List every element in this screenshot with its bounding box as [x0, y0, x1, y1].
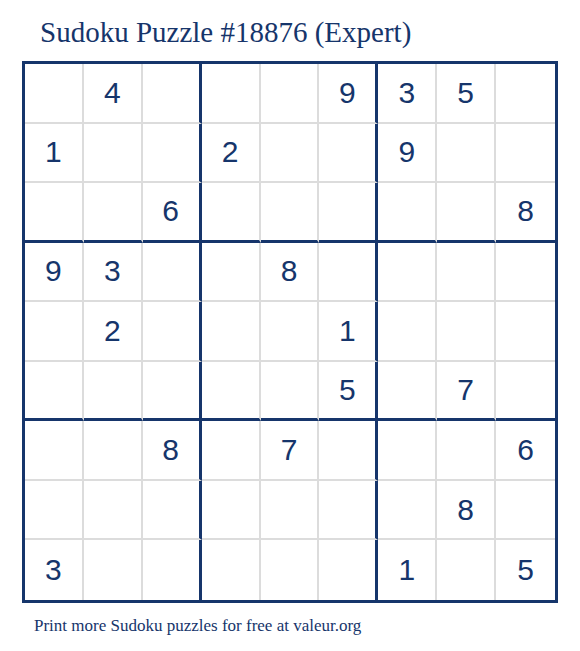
cell-r6c3 — [143, 362, 202, 422]
cell-r5c9 — [496, 302, 555, 362]
cell-r2c3 — [143, 124, 202, 184]
sudoku-page: Sudoku Puzzle #18876 (Expert) 4935129689… — [0, 0, 580, 651]
cell-r2c4: 2 — [202, 124, 261, 184]
cell-r3c4 — [202, 183, 261, 243]
cell-r1c1 — [25, 64, 84, 124]
cell-r6c2 — [84, 362, 143, 422]
cell-r1c8: 5 — [437, 64, 496, 124]
cell-r6c5 — [261, 362, 320, 422]
cell-r5c2: 2 — [84, 302, 143, 362]
cell-r9c1: 3 — [25, 540, 84, 600]
cell-r8c4 — [202, 481, 261, 541]
cell-r2c8 — [437, 124, 496, 184]
page-title: Sudoku Puzzle #18876 (Expert) — [40, 16, 411, 49]
cell-r9c9: 5 — [496, 540, 555, 600]
cell-r2c2 — [84, 124, 143, 184]
cell-r3c9: 8 — [496, 183, 555, 243]
cell-r8c8: 8 — [437, 481, 496, 541]
cell-r7c9: 6 — [496, 421, 555, 481]
cell-r7c7 — [378, 421, 437, 481]
cell-r9c7: 1 — [378, 540, 437, 600]
cell-r4c2: 3 — [84, 243, 143, 303]
sudoku-grid: 49351296893821578768315 — [22, 61, 558, 603]
cell-r7c4 — [202, 421, 261, 481]
cell-r5c5 — [261, 302, 320, 362]
cell-r4c9 — [496, 243, 555, 303]
cell-r3c3: 6 — [143, 183, 202, 243]
cell-r9c8 — [437, 540, 496, 600]
cell-r9c3 — [143, 540, 202, 600]
cell-r5c8 — [437, 302, 496, 362]
cell-r6c4 — [202, 362, 261, 422]
cell-r6c1 — [25, 362, 84, 422]
cell-r9c4 — [202, 540, 261, 600]
cell-r2c1: 1 — [25, 124, 84, 184]
cell-r2c9 — [496, 124, 555, 184]
cell-r1c3 — [143, 64, 202, 124]
cell-r5c4 — [202, 302, 261, 362]
cell-r4c5: 8 — [261, 243, 320, 303]
cell-r6c7 — [378, 362, 437, 422]
cell-r7c8 — [437, 421, 496, 481]
cell-r8c6 — [319, 481, 378, 541]
cell-r8c5 — [261, 481, 320, 541]
cell-r7c1 — [25, 421, 84, 481]
cell-r1c2: 4 — [84, 64, 143, 124]
cell-r6c6: 5 — [319, 362, 378, 422]
footer-text: Print more Sudoku puzzles for free at va… — [34, 616, 361, 636]
cell-r1c7: 3 — [378, 64, 437, 124]
cell-r7c5: 7 — [261, 421, 320, 481]
cell-r5c7 — [378, 302, 437, 362]
cell-r8c3 — [143, 481, 202, 541]
cell-r3c8 — [437, 183, 496, 243]
cell-r5c3 — [143, 302, 202, 362]
cell-r4c1: 9 — [25, 243, 84, 303]
cell-r7c2 — [84, 421, 143, 481]
cell-r9c6 — [319, 540, 378, 600]
cell-r4c6 — [319, 243, 378, 303]
cell-r4c4 — [202, 243, 261, 303]
cell-r9c5 — [261, 540, 320, 600]
cell-r3c1 — [25, 183, 84, 243]
cell-r7c6 — [319, 421, 378, 481]
cell-r8c9 — [496, 481, 555, 541]
cell-r8c1 — [25, 481, 84, 541]
cell-r1c5 — [261, 64, 320, 124]
cell-r7c3: 8 — [143, 421, 202, 481]
cell-r1c4 — [202, 64, 261, 124]
cell-r6c8: 7 — [437, 362, 496, 422]
cell-r8c2 — [84, 481, 143, 541]
cell-r3c7 — [378, 183, 437, 243]
cell-r3c5 — [261, 183, 320, 243]
cell-r3c6 — [319, 183, 378, 243]
cell-r6c9 — [496, 362, 555, 422]
cell-r5c6: 1 — [319, 302, 378, 362]
cell-r8c7 — [378, 481, 437, 541]
cell-r3c2 — [84, 183, 143, 243]
cell-r5c1 — [25, 302, 84, 362]
cell-r2c5 — [261, 124, 320, 184]
cell-r4c7 — [378, 243, 437, 303]
cell-r2c7: 9 — [378, 124, 437, 184]
cell-r1c9 — [496, 64, 555, 124]
cell-r9c2 — [84, 540, 143, 600]
cell-r2c6 — [319, 124, 378, 184]
cell-r1c6: 9 — [319, 64, 378, 124]
cell-r4c8 — [437, 243, 496, 303]
cell-r4c3 — [143, 243, 202, 303]
